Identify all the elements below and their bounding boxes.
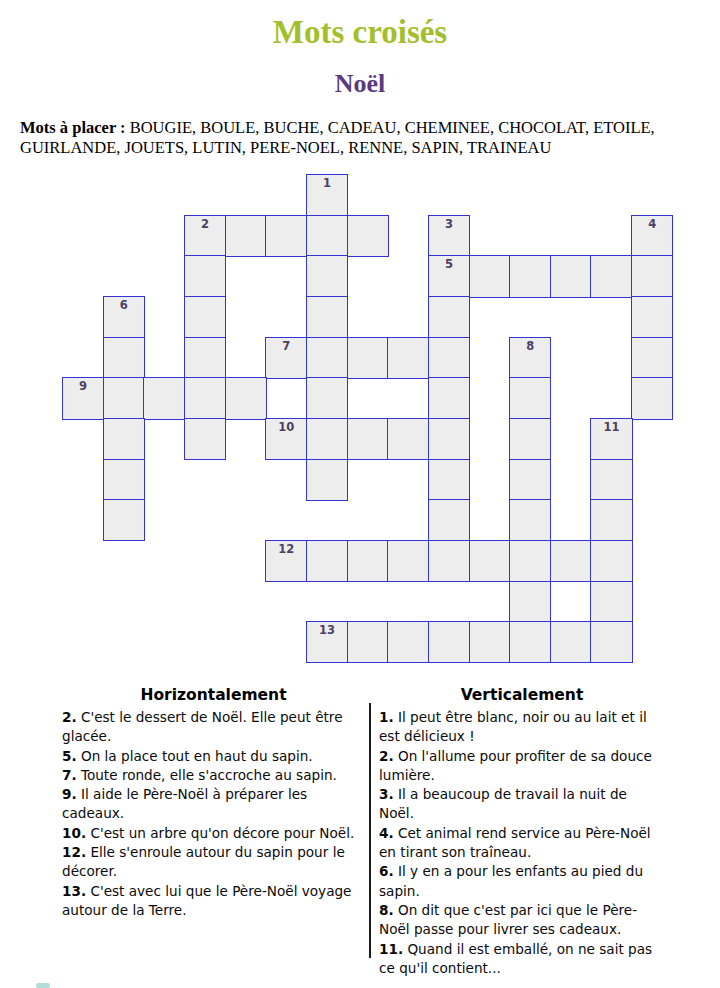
grid-cell-r5c0[interactable]: 9 xyxy=(62,377,104,419)
clue-number-label: 10. xyxy=(62,825,86,841)
grid-cell-r3c9[interactable] xyxy=(428,296,470,338)
clue-number-label: 9. xyxy=(62,786,77,802)
grid-cell-r9c8[interactable] xyxy=(387,540,429,582)
clue-number-label: 13. xyxy=(62,883,86,899)
grid-cell-r11c11[interactable] xyxy=(509,621,551,663)
grid-cell-r2c10[interactable] xyxy=(469,255,511,297)
word-bank: Mots à placer : BOUGIE, BOULE, BUCHE, CA… xyxy=(20,118,670,158)
down-clue-3: 3. Il a beaucoup de travail la nuit de N… xyxy=(379,785,665,824)
grid-cell-r11c6[interactable]: 13 xyxy=(306,621,348,663)
grid-cell-r1c6[interactable] xyxy=(306,215,348,257)
grid-cell-r9c13[interactable] xyxy=(590,540,632,582)
grid-cell-r11c12[interactable] xyxy=(550,621,592,663)
grid-cell-r9c5[interactable]: 12 xyxy=(265,540,307,582)
clue-number-10: 10 xyxy=(266,421,306,434)
grid-cell-r11c9[interactable] xyxy=(428,621,470,663)
crossword-grid: 12345678910111213 xyxy=(62,174,674,664)
grid-cell-r7c11[interactable] xyxy=(509,459,551,501)
clue-number-label: 4. xyxy=(379,825,394,841)
across-clue-10: 10. C'est un arbre qu'on décore pour Noë… xyxy=(62,824,365,843)
grid-cell-r7c13[interactable] xyxy=(590,459,632,501)
grid-cell-r1c4[interactable] xyxy=(225,215,267,257)
grid-cell-r6c7[interactable] xyxy=(347,418,389,460)
grid-cell-r6c11[interactable] xyxy=(509,418,551,460)
puzzle-theme-title: Noël xyxy=(0,70,720,98)
grid-cell-r9c9[interactable] xyxy=(428,540,470,582)
clues-column-divider xyxy=(369,703,371,958)
grid-cell-r2c9[interactable]: 5 xyxy=(428,255,470,297)
grid-cell-r10c11[interactable] xyxy=(509,581,551,623)
across-clue-13: 13. C'est avec lui que le Père-Noël voya… xyxy=(62,882,365,921)
clue-number-label: 5. xyxy=(62,748,77,764)
grid-cell-r5c9[interactable] xyxy=(428,377,470,419)
clue-number-1: 1 xyxy=(307,177,347,190)
grid-cell-r9c7[interactable] xyxy=(347,540,389,582)
word-bank-label: Mots à placer : xyxy=(20,118,126,137)
clue-number-6: 6 xyxy=(104,299,144,312)
grid-cell-r11c8[interactable] xyxy=(387,621,429,663)
grid-cell-r7c6[interactable] xyxy=(306,459,348,501)
grid-cell-r10c13[interactable] xyxy=(590,581,632,623)
clue-number-label: 1. xyxy=(379,709,394,725)
down-clue-list: 1. Il peut être blanc, noir ou au lait e… xyxy=(379,708,665,978)
down-clue-6: 6. Il y en a pour les enfants au pied du… xyxy=(379,862,665,901)
clue-number-label: 6. xyxy=(379,863,394,879)
grid-cell-r5c4[interactable] xyxy=(225,377,267,419)
scan-artifact xyxy=(36,983,50,988)
grid-cell-r5c3[interactable] xyxy=(184,377,226,419)
grid-cell-r2c6[interactable] xyxy=(306,255,348,297)
grid-cell-r2c13[interactable] xyxy=(590,255,632,297)
clue-number-7: 7 xyxy=(266,340,306,353)
grid-cell-r5c2[interactable] xyxy=(143,377,185,419)
grid-cell-r3c14[interactable] xyxy=(631,296,673,338)
clue-number-label: 7. xyxy=(62,767,77,783)
grid-cell-r4c9[interactable] xyxy=(428,337,470,379)
grid-cell-r11c13[interactable] xyxy=(590,621,632,663)
grid-cell-r5c6[interactable] xyxy=(306,377,348,419)
grid-cell-r4c11[interactable]: 8 xyxy=(509,337,551,379)
across-clue-9: 9. Il aide le Père-Noël à préparer les c… xyxy=(62,785,365,824)
grid-cell-r9c6[interactable] xyxy=(306,540,348,582)
clue-number-9: 9 xyxy=(63,380,103,393)
clue-number-label: 12. xyxy=(62,844,86,860)
grid-cell-r1c7[interactable] xyxy=(347,215,389,257)
clue-number-2: 2 xyxy=(185,218,225,231)
grid-cell-r3c6[interactable] xyxy=(306,296,348,338)
grid-cell-r4c8[interactable] xyxy=(387,337,429,379)
down-heading: Verticalement xyxy=(379,686,665,704)
grid-cell-r1c5[interactable] xyxy=(265,215,307,257)
clue-number-3: 3 xyxy=(429,218,469,231)
across-clue-5: 5. On la place tout en haut du sapin. xyxy=(62,747,365,766)
grid-cell-r4c7[interactable] xyxy=(347,337,389,379)
clue-number-11: 11 xyxy=(591,421,631,434)
down-clue-1: 1. Il peut être blanc, noir ou au lait e… xyxy=(379,708,665,747)
clue-number-13: 13 xyxy=(307,624,347,637)
grid-cell-r4c14[interactable] xyxy=(631,337,673,379)
down-clue-2: 2. On l'allume pour profiter de sa douce… xyxy=(379,747,665,786)
grid-cell-r4c5[interactable]: 7 xyxy=(265,337,307,379)
grid-cell-r5c14[interactable] xyxy=(631,377,673,419)
down-clue-11: 11. Quand il est emballé, on ne sait pas… xyxy=(379,940,665,979)
worksheet-page: Mots croisés Noël Mots à placer : BOUGIE… xyxy=(0,0,720,988)
grid-cell-r9c11[interactable] xyxy=(509,540,551,582)
grid-cell-r7c1[interactable] xyxy=(103,459,145,501)
page-title: Mots croisés xyxy=(0,15,720,49)
grid-cell-r6c9[interactable] xyxy=(428,418,470,460)
grid-cell-r6c13[interactable]: 11 xyxy=(590,418,632,460)
across-clue-7: 7. Toute ronde, elle s'accroche au sapin… xyxy=(62,766,365,785)
grid-cell-r9c10[interactable] xyxy=(469,540,511,582)
clue-number-label: 11. xyxy=(379,941,403,957)
grid-cell-r0c6[interactable]: 1 xyxy=(306,174,348,216)
grid-cell-r4c1[interactable] xyxy=(103,337,145,379)
grid-cell-r6c8[interactable] xyxy=(387,418,429,460)
across-clue-2: 2. C'est le dessert de Noël. Elle peut ê… xyxy=(62,708,365,747)
across-clue-list: 2. C'est le dessert de Noël. Elle peut ê… xyxy=(62,708,365,920)
grid-cell-r5c11[interactable] xyxy=(509,377,551,419)
clue-number-label: 8. xyxy=(379,902,394,918)
grid-cell-r2c3[interactable] xyxy=(184,255,226,297)
grid-cell-r5c1[interactable] xyxy=(103,377,145,419)
grid-cell-r1c3[interactable]: 2 xyxy=(184,215,226,257)
grid-cell-r11c7[interactable] xyxy=(347,621,389,663)
grid-cell-r6c1[interactable] xyxy=(103,418,145,460)
grid-cell-r8c9[interactable] xyxy=(428,499,470,541)
clue-number-label: 3. xyxy=(379,786,394,802)
clue-number-12: 12 xyxy=(266,543,306,556)
clue-number-label: 2. xyxy=(62,709,77,725)
grid-cell-r8c11[interactable] xyxy=(509,499,551,541)
clue-number-label: 2. xyxy=(379,748,394,764)
grid-cell-r8c1[interactable] xyxy=(103,499,145,541)
grid-cell-r1c14[interactable]: 4 xyxy=(631,215,673,257)
grid-cell-r4c6[interactable] xyxy=(306,337,348,379)
grid-cell-r3c1[interactable]: 6 xyxy=(103,296,145,338)
grid-cell-r1c9[interactable]: 3 xyxy=(428,215,470,257)
across-heading: Horizontalement xyxy=(62,686,365,704)
down-clue-8: 8. On dit que c'est par ici que le Père-… xyxy=(379,901,665,940)
grid-cell-r2c14[interactable] xyxy=(631,255,673,297)
grid-cell-r6c6[interactable] xyxy=(306,418,348,460)
grid-cell-r2c11[interactable] xyxy=(509,255,551,297)
down-clue-4: 4. Cet animal rend service au Père-Noël … xyxy=(379,824,665,863)
grid-cell-r6c3[interactable] xyxy=(184,418,226,460)
grid-cell-r2c12[interactable] xyxy=(550,255,592,297)
clue-number-4: 4 xyxy=(632,218,672,231)
across-clue-12: 12. Elle s'enroule autour du sapin pour … xyxy=(62,843,365,882)
clue-number-5: 5 xyxy=(429,258,469,271)
clue-number-8: 8 xyxy=(510,340,550,353)
grid-cell-r11c10[interactable] xyxy=(469,621,511,663)
grid-cell-r8c13[interactable] xyxy=(590,499,632,541)
grid-cell-r6c5[interactable]: 10 xyxy=(265,418,307,460)
grid-cell-r3c3[interactable] xyxy=(184,296,226,338)
grid-cell-r4c3[interactable] xyxy=(184,337,226,379)
grid-cell-r7c9[interactable] xyxy=(428,459,470,501)
grid-cell-r9c12[interactable] xyxy=(550,540,592,582)
